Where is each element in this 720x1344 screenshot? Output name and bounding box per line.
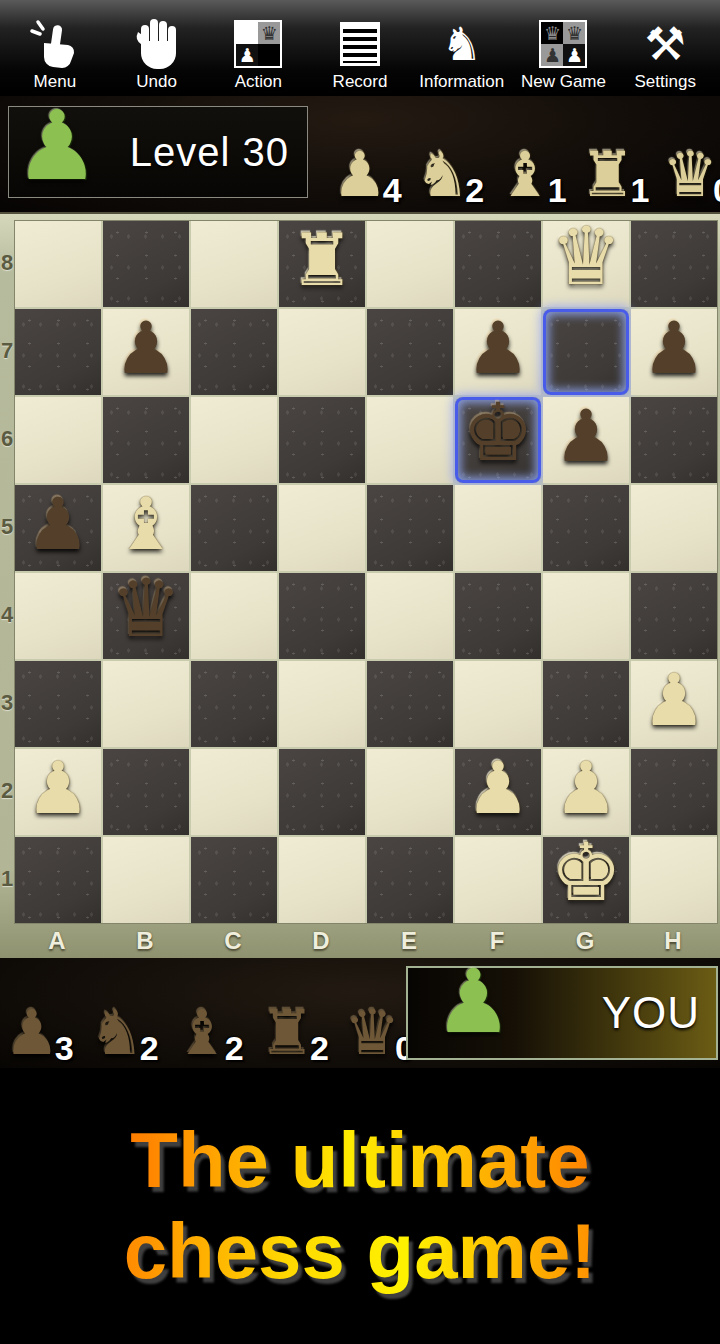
mini-board-action-icon: ♛ ♟ [234, 15, 282, 73]
toolbar-item-settings[interactable]: ⚒ Settings [614, 0, 716, 94]
square-g1[interactable]: ♚ [543, 837, 629, 923]
square-h3[interactable]: ♟ [631, 661, 717, 747]
square-h7[interactable]: ♟ [631, 309, 717, 395]
toolbar-item-menu[interactable]: Menu [4, 0, 106, 94]
square-d7[interactable] [279, 309, 365, 395]
toolbar-item-undo[interactable]: Undo [106, 0, 208, 94]
square-a2[interactable]: ♟ [15, 749, 101, 835]
captured-count: 2 [140, 1029, 159, 1068]
square-g5[interactable] [543, 485, 629, 571]
toolbar-label: New Game [521, 73, 606, 91]
square-a6[interactable] [15, 397, 101, 483]
square-e6[interactable] [367, 397, 453, 483]
white-bishop-icon: ♝ [497, 144, 553, 206]
square-b6[interactable] [103, 397, 189, 483]
knight-icon: ♞ [441, 15, 482, 73]
rank-label-1: 1 [0, 836, 14, 922]
rank-label-3: 3 [0, 660, 14, 746]
square-d8[interactable]: ♜ [279, 221, 365, 307]
black-pawn-icon: ♟ [4, 1002, 60, 1064]
file-label-c: C [190, 924, 276, 958]
white-king: ♚ [550, 833, 622, 913]
toolbar-label: Record [333, 73, 388, 91]
level-label: Level 30 [130, 130, 289, 175]
file-labels: ABCDEFGH [14, 924, 716, 958]
square-f6[interactable]: ♚ [455, 397, 541, 483]
square-d2[interactable] [279, 749, 365, 835]
white-pawn: ♟ [466, 752, 531, 824]
captured-black-rook: ♜2 [259, 1002, 315, 1064]
white-pawn-icon: ♟ [332, 144, 388, 206]
square-h4[interactable] [631, 573, 717, 659]
mini-pawn-cell: ♟ [563, 44, 585, 66]
black-pawn: ♟ [466, 312, 531, 384]
square-d5[interactable] [279, 485, 365, 571]
toolbar-label: Information [419, 73, 504, 91]
player-captured-tray: ♟3♞2♝2♜2♛0 [4, 964, 400, 1064]
chessboard-frame: 87654321 ♜♛♟♟♟♚♟♟♝♛♟♟♟♟♚ ABCDEFGH [0, 212, 720, 958]
palm-hand-icon [134, 15, 180, 73]
square-d4[interactable] [279, 573, 365, 659]
square-e2[interactable] [367, 749, 453, 835]
rank-label-4: 4 [0, 572, 14, 658]
square-b1[interactable] [103, 837, 189, 923]
square-c5[interactable] [191, 485, 277, 571]
square-f5[interactable] [455, 485, 541, 571]
toolbar-item-newgame[interactable]: ♛ ♛ ♟ ♟ New Game [513, 0, 615, 94]
captured-white-knight: ♞2 [415, 144, 471, 206]
square-f2[interactable]: ♟ [455, 749, 541, 835]
square-e1[interactable] [367, 837, 453, 923]
square-a8[interactable] [15, 221, 101, 307]
white-queen: ♛ [550, 217, 622, 297]
file-label-g: G [542, 924, 628, 958]
captured-count: 1 [548, 171, 567, 210]
black-pawn: ♟ [114, 312, 179, 384]
black-bishop-icon: ♝ [174, 1002, 230, 1064]
captured-count: 0 [713, 171, 720, 210]
square-g7[interactable] [543, 309, 629, 395]
black-queen: ♛ [110, 569, 182, 649]
rank-label-5: 5 [0, 484, 14, 570]
mini-pawn-cell: ♟ [236, 44, 258, 66]
captured-black-knight: ♞2 [89, 1002, 145, 1064]
square-h8[interactable] [631, 221, 717, 307]
square-a1[interactable] [15, 837, 101, 923]
black-pawn: ♟ [642, 312, 707, 384]
square-c3[interactable] [191, 661, 277, 747]
toolbar-label: Undo [136, 73, 177, 91]
file-label-b: B [102, 924, 188, 958]
toolbar-item-information[interactable]: ♞ Information [411, 0, 513, 94]
square-c6[interactable] [191, 397, 277, 483]
document-lines-icon [340, 15, 380, 73]
rank-labels: 87654321 [0, 220, 14, 922]
square-h2[interactable] [631, 749, 717, 835]
square-e3[interactable] [367, 661, 453, 747]
crossed-tools-icon: ⚒ [645, 15, 686, 73]
white-pawn: ♟ [642, 664, 707, 736]
square-a4[interactable] [15, 573, 101, 659]
white-rook: ♜ [290, 224, 355, 296]
white-pawn: ♟ [26, 752, 91, 824]
opponent-side-pawn-icon: ♟ [14, 98, 100, 194]
rank-label-6: 6 [0, 396, 14, 482]
mini-board-newgame-icon: ♛ ♛ ♟ ♟ [539, 15, 587, 73]
square-g3[interactable] [543, 661, 629, 747]
square-e8[interactable] [367, 221, 453, 307]
square-e4[interactable] [367, 573, 453, 659]
promo-text-line1: The ultimate [130, 1117, 589, 1204]
square-b7[interactable]: ♟ [103, 309, 189, 395]
mini-queen-cell: ♛ [563, 22, 585, 44]
captured-white-pawn: ♟4 [332, 144, 388, 206]
toolbar-label: Action [235, 73, 282, 91]
square-h5[interactable] [631, 485, 717, 571]
square-f8[interactable] [455, 221, 541, 307]
square-h6[interactable] [631, 397, 717, 483]
mini-cell [236, 22, 258, 44]
square-c7[interactable] [191, 309, 277, 395]
square-b5[interactable]: ♝ [103, 485, 189, 571]
square-e7[interactable] [367, 309, 453, 395]
white-knight-icon: ♞ [415, 144, 471, 206]
captured-white-queen: ♛0 [662, 144, 718, 206]
captured-white-rook: ♜1 [580, 144, 636, 206]
square-g6[interactable]: ♟ [543, 397, 629, 483]
player-label: YOU [602, 988, 700, 1038]
square-g8[interactable]: ♛ [543, 221, 629, 307]
square-g4[interactable] [543, 573, 629, 659]
black-king: ♚ [462, 393, 534, 473]
black-queen-icon: ♛ [344, 1002, 400, 1064]
rank-label-7: 7 [0, 308, 14, 394]
black-pawn: ♟ [26, 488, 91, 560]
white-queen-icon: ♛ [662, 144, 718, 206]
rank-label-8: 8 [0, 220, 14, 306]
captured-count: 3 [55, 1029, 74, 1068]
square-f1[interactable] [455, 837, 541, 923]
captured-count: 4 [383, 171, 402, 210]
square-c8[interactable] [191, 221, 277, 307]
white-rook-icon: ♜ [580, 144, 636, 206]
square-d6[interactable] [279, 397, 365, 483]
opponent-captured-tray: ♟4♞2♝1♜1♛0 [332, 102, 718, 206]
tap-hand-icon [30, 15, 80, 73]
captured-count: 1 [630, 171, 649, 210]
captured-count: 2 [225, 1029, 244, 1068]
toolbar-item-record[interactable]: Record [309, 0, 411, 94]
square-d3[interactable] [279, 661, 365, 747]
file-label-h: H [630, 924, 716, 958]
square-f3[interactable] [455, 661, 541, 747]
player-panel: ♟3♞2♝2♜2♛0 YOU ♟ [0, 958, 720, 1070]
square-a7[interactable] [15, 309, 101, 395]
square-d1[interactable] [279, 837, 365, 923]
captured-white-bishop: ♝1 [497, 144, 553, 206]
toolbar-label: Settings [634, 73, 695, 91]
square-b8[interactable] [103, 221, 189, 307]
rank-label-2: 2 [0, 748, 14, 834]
square-e5[interactable] [367, 485, 453, 571]
captured-black-bishop: ♝2 [174, 1002, 230, 1064]
file-label-d: D [278, 924, 364, 958]
toolbar: Menu Undo ♛ ♟ [0, 0, 720, 96]
square-b2[interactable] [103, 749, 189, 835]
square-c2[interactable] [191, 749, 277, 835]
captured-count: 2 [310, 1029, 329, 1068]
black-rook-icon: ♜ [259, 1002, 315, 1064]
white-bishop: ♝ [114, 488, 179, 560]
file-label-a: A [14, 924, 100, 958]
square-f7[interactable]: ♟ [455, 309, 541, 395]
square-c4[interactable] [191, 573, 277, 659]
square-c1[interactable] [191, 837, 277, 923]
captured-black-pawn: ♟3 [4, 1002, 60, 1064]
square-a5[interactable]: ♟ [15, 485, 101, 571]
toolbar-label: Menu [34, 73, 77, 91]
captured-count: 2 [465, 171, 484, 210]
mini-pawn-cell: ♟ [541, 44, 563, 66]
mini-queen-cell: ♛ [541, 22, 563, 44]
square-b3[interactable] [103, 661, 189, 747]
player-side-pawn-icon: ♟ [434, 958, 513, 1046]
square-f4[interactable] [455, 573, 541, 659]
square-a3[interactable] [15, 661, 101, 747]
square-g2[interactable]: ♟ [543, 749, 629, 835]
toolbar-item-action[interactable]: ♛ ♟ Action [207, 0, 309, 94]
black-pawn: ♟ [554, 400, 619, 472]
mini-queen-cell: ♛ [258, 22, 280, 44]
opponent-panel: Level 30 ♟ ♟4♞2♝1♜1♛0 [0, 96, 720, 212]
square-b4[interactable]: ♛ [103, 573, 189, 659]
chess-app-screen: Menu Undo ♛ ♟ [0, 0, 720, 1344]
chessboard: ♜♛♟♟♟♚♟♟♝♛♟♟♟♟♚ [14, 220, 718, 924]
mini-cell [258, 44, 280, 66]
square-h1[interactable] [631, 837, 717, 923]
white-pawn: ♟ [554, 752, 619, 824]
captured-black-queen: ♛0 [344, 1002, 400, 1064]
black-knight-icon: ♞ [89, 1002, 145, 1064]
promo-text-line2: chess game! [124, 1208, 597, 1295]
promo-banner: The ultimate chess game! [0, 1068, 720, 1344]
